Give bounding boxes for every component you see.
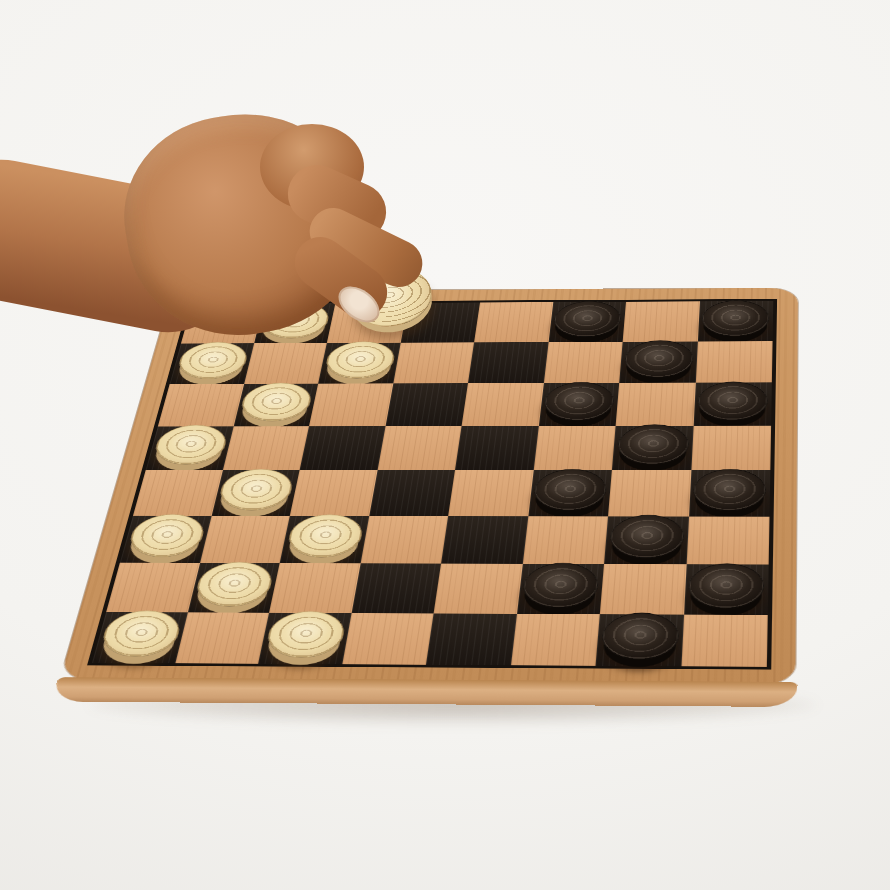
hand	[0, 0, 890, 890]
photo-scene	[0, 0, 890, 890]
